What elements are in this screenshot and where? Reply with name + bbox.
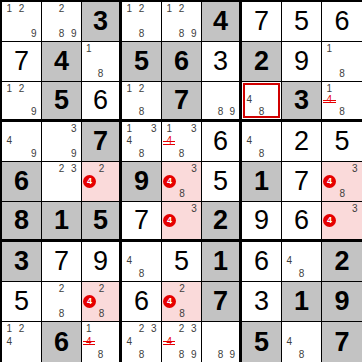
candidate-1: 1 xyxy=(123,3,135,15)
candidate-grid: 24 xyxy=(82,162,119,201)
candidate-3: 3 xyxy=(188,163,200,175)
candidate-8: 8 xyxy=(135,106,147,118)
candidate-2: 2 xyxy=(175,3,187,15)
candidate-1: 1 xyxy=(123,123,135,135)
solved-digit: 9 xyxy=(254,207,269,234)
circled-candidate-4: 4 xyxy=(163,295,176,308)
candidate-1: 1 xyxy=(83,43,95,55)
candidate-grid: 49 xyxy=(2,122,41,161)
candidate-2: 2 xyxy=(135,323,147,336)
candidate-8: 8 xyxy=(295,268,307,280)
cell-r3c7[interactable]: 48 xyxy=(242,82,282,122)
given-digit: 7 xyxy=(93,128,108,155)
candidate-9: 9 xyxy=(188,348,200,361)
cell-r5c1[interactable]: 6 xyxy=(2,162,42,202)
candidate-4: 4 xyxy=(3,336,15,349)
solved-digit: 3 xyxy=(213,48,228,75)
candidate-grid: 39 xyxy=(42,122,81,161)
cell-r4c3[interactable]: 7 xyxy=(82,122,122,162)
candidate-3: 3 xyxy=(188,123,200,135)
cell-r9c5[interactable]: 23489 xyxy=(162,322,202,362)
cell-r3c8[interactable]: 3 xyxy=(282,82,322,122)
candidate-1: 1 xyxy=(3,323,15,336)
given-digit: 2 xyxy=(213,207,228,234)
cell-r1c1[interactable]: 129 xyxy=(2,2,42,42)
candidate-1: 1 xyxy=(3,3,15,15)
excluded-candidate-4: 4 xyxy=(163,135,175,147)
candidate-8: 8 xyxy=(95,68,107,80)
candidate-grid: 23 xyxy=(42,162,81,201)
solved-digit: 3 xyxy=(254,288,269,315)
candidate-grid: 129 xyxy=(2,82,41,119)
candidate-8: 8 xyxy=(135,268,147,280)
candidate-grid: 28 xyxy=(42,282,81,321)
cell-r6c3[interactable]: 5 xyxy=(82,202,122,242)
cell-r7c4[interactable]: 48 xyxy=(122,242,162,282)
solved-digit: 9 xyxy=(93,248,108,275)
circled-candidate-4: 4 xyxy=(163,214,176,227)
candidate-4: 4 xyxy=(283,336,295,349)
cell-r8c9[interactable]: 9 xyxy=(322,282,362,322)
cell-r8c7[interactable]: 3 xyxy=(242,282,282,322)
cell-r5c5[interactable]: 348 xyxy=(162,162,202,202)
cell-r7c3[interactable]: 9 xyxy=(82,242,122,282)
candidate-3: 3 xyxy=(68,123,80,135)
candidate-2: 2 xyxy=(96,283,107,295)
solved-digit: 6 xyxy=(134,288,149,315)
candidate-1: 1 xyxy=(83,323,95,336)
given-digit: 5 xyxy=(93,207,108,234)
cell-r7c2[interactable]: 7 xyxy=(42,242,82,282)
candidate-8: 8 xyxy=(96,308,107,320)
cell-r2c9[interactable]: 18 xyxy=(322,42,362,82)
solved-digit: 6 xyxy=(254,248,269,275)
solved-digit: 7 xyxy=(294,168,309,195)
candidate-4: 4 xyxy=(123,255,135,267)
candidate-grid: 128 xyxy=(122,2,161,41)
solved-digit: 7 xyxy=(254,8,269,35)
candidate-grid: 34 xyxy=(162,202,201,239)
candidate-3: 3 xyxy=(349,163,362,175)
given-digit: 9 xyxy=(134,168,149,195)
cell-r4c9[interactable]: 5 xyxy=(322,122,362,162)
candidate-grid: 1348 xyxy=(162,122,201,161)
candidate-2: 2 xyxy=(135,83,147,95)
solved-digit: 5 xyxy=(213,168,228,195)
cell-r6c4[interactable]: 7 xyxy=(122,202,162,242)
candidate-grid: 248 xyxy=(162,282,201,321)
candidate-4: 4 xyxy=(123,135,135,147)
cell-r8c2[interactable]: 28 xyxy=(42,282,82,322)
candidate-8: 8 xyxy=(215,106,227,118)
cell-r8c3[interactable]: 248 xyxy=(82,282,122,322)
given-digit: 4 xyxy=(54,48,69,75)
given-digit: 4 xyxy=(213,8,228,35)
candidate-8: 8 xyxy=(336,68,349,80)
candidate-grid: 348 xyxy=(322,162,362,201)
candidate-8: 8 xyxy=(55,28,67,40)
circled-candidate-4: 4 xyxy=(163,175,176,188)
cell-r4c4[interactable]: 1348 xyxy=(122,122,162,162)
candidate-2: 2 xyxy=(175,323,187,336)
solved-digit: 6 xyxy=(334,8,349,35)
cell-r9c4[interactable]: 2348 xyxy=(122,322,162,362)
candidate-4: 4 xyxy=(283,255,295,267)
candidate-4: 4 xyxy=(123,336,135,349)
cell-r4c8[interactable]: 2 xyxy=(282,122,322,162)
excluded-candidate-4: 4 xyxy=(163,336,175,349)
candidate-grid: 89 xyxy=(202,322,239,362)
cell-r6c5[interactable]: 34 xyxy=(162,202,202,242)
candidate-1: 1 xyxy=(123,83,135,95)
candidate-8: 8 xyxy=(255,106,267,118)
given-digit: 3 xyxy=(93,8,108,35)
excluded-candidate-4: 4 xyxy=(83,336,95,349)
cell-r8c8[interactable]: 1 xyxy=(282,282,322,322)
candidate-grid: 129 xyxy=(2,2,41,41)
cell-r3c2[interactable]: 5 xyxy=(42,82,82,122)
cell-r6c8[interactable]: 6 xyxy=(282,202,322,242)
given-digit: 5 xyxy=(54,87,69,114)
cell-r3c5[interactable]: 7 xyxy=(162,82,202,122)
cell-r9c3[interactable]: 148 xyxy=(82,322,122,362)
cell-r1c9[interactable]: 6 xyxy=(322,2,362,42)
cell-r5c6[interactable]: 5 xyxy=(202,162,242,202)
cell-r1c5[interactable]: 1289 xyxy=(162,2,202,42)
candidate-9: 9 xyxy=(28,148,40,160)
cell-r3c6[interactable]: 89 xyxy=(202,82,242,122)
candidate-4: 4 xyxy=(3,135,15,147)
circled-candidate-4: 4 xyxy=(323,214,336,227)
candidate-3: 3 xyxy=(148,123,160,135)
solved-digit: 9 xyxy=(294,48,309,75)
solved-digit: 5 xyxy=(294,8,309,35)
solved-digit: 5 xyxy=(174,248,189,275)
candidate-2: 2 xyxy=(176,283,188,295)
candidate-grid: 34 xyxy=(322,202,362,239)
cell-r2c3[interactable]: 18 xyxy=(82,42,122,82)
cell-r9c8[interactable]: 48 xyxy=(282,322,322,362)
sudoku-board: 1292893128128947567418563291812956128789… xyxy=(0,0,362,362)
circled-candidate-4: 4 xyxy=(83,295,96,308)
candidate-9: 9 xyxy=(188,28,200,40)
candidate-9: 9 xyxy=(226,106,238,118)
solved-digit: 6 xyxy=(93,87,108,114)
cell-r7c5[interactable]: 5 xyxy=(162,242,202,282)
candidate-2: 2 xyxy=(15,323,27,336)
circled-candidate-4: 4 xyxy=(83,175,96,188)
candidate-2: 2 xyxy=(15,3,27,15)
cell-r8c6[interactable]: 7 xyxy=(202,282,242,322)
cell-r1c4[interactable]: 128 xyxy=(122,2,162,42)
candidate-3: 3 xyxy=(349,203,362,214)
excluded-candidate-4: 4 xyxy=(323,95,336,107)
cell-r8c4[interactable]: 6 xyxy=(122,282,162,322)
cell-r2c1[interactable]: 7 xyxy=(2,42,42,82)
given-digit: 2 xyxy=(334,248,349,275)
candidate-grid: 1289 xyxy=(162,2,201,41)
cell-r5c7[interactable]: 1 xyxy=(242,162,282,202)
given-digit: 6 xyxy=(54,329,69,356)
candidate-grid: 2348 xyxy=(122,322,161,362)
candidate-grid: 124 xyxy=(2,322,41,362)
cell-r8c1[interactable]: 5 xyxy=(2,282,42,322)
solved-digit: 5 xyxy=(14,288,29,315)
cell-r3c4[interactable]: 128 xyxy=(122,82,162,122)
candidate-4: 4 xyxy=(243,95,255,107)
cell-r4c5[interactable]: 1348 xyxy=(162,122,202,162)
cell-r5c2[interactable]: 23 xyxy=(42,162,82,202)
given-digit: 9 xyxy=(334,288,349,315)
cell-r8c5[interactable]: 248 xyxy=(162,282,202,322)
candidate-1: 1 xyxy=(323,83,336,95)
given-digit: 7 xyxy=(213,288,228,315)
cell-r5c3[interactable]: 24 xyxy=(82,162,122,202)
candidate-grid: 89 xyxy=(202,82,239,119)
cell-r7c8[interactable]: 48 xyxy=(282,242,322,282)
cell-r1c8[interactable]: 5 xyxy=(282,2,322,42)
candidate-grid: 48 xyxy=(242,82,281,119)
cell-r6c9[interactable]: 34 xyxy=(322,202,362,242)
candidate-8: 8 xyxy=(135,348,147,361)
candidate-8: 8 xyxy=(336,106,349,118)
candidate-8: 8 xyxy=(175,148,187,160)
candidate-3: 3 xyxy=(148,323,160,336)
cell-r3c1[interactable]: 129 xyxy=(2,82,42,122)
cell-r7c7[interactable]: 6 xyxy=(242,242,282,282)
cell-r2c2[interactable]: 4 xyxy=(42,42,82,82)
given-digit: 3 xyxy=(294,87,309,114)
candidate-8: 8 xyxy=(55,308,67,320)
candidate-3: 3 xyxy=(68,163,80,175)
candidate-8: 8 xyxy=(255,148,267,160)
cell-r7c6[interactable]: 1 xyxy=(202,242,242,282)
given-digit: 1 xyxy=(213,248,228,275)
candidate-grid: 148 xyxy=(82,322,119,362)
cell-r6c2[interactable]: 1 xyxy=(42,202,82,242)
candidate-9: 9 xyxy=(68,148,80,160)
cell-r2c7[interactable]: 2 xyxy=(242,42,282,82)
cell-r2c6[interactable]: 3 xyxy=(202,42,242,82)
cell-r4c1[interactable]: 49 xyxy=(2,122,42,162)
candidate-3: 3 xyxy=(188,203,200,214)
candidate-grid: 128 xyxy=(122,82,161,119)
cell-r2c8[interactable]: 9 xyxy=(282,42,322,82)
circled-candidate-4: 4 xyxy=(323,175,336,188)
given-digit: 7 xyxy=(334,329,349,356)
candidate-grid: 289 xyxy=(42,2,81,41)
candidate-grid: 18 xyxy=(82,42,119,81)
cell-r1c3[interactable]: 3 xyxy=(82,2,122,42)
candidate-4: 4 xyxy=(243,135,255,147)
cell-r7c9[interactable]: 2 xyxy=(322,242,362,282)
given-digit: 1 xyxy=(254,168,269,195)
candidate-1: 1 xyxy=(163,123,175,135)
cell-r2c4[interactable]: 5 xyxy=(122,42,162,82)
candidate-8: 8 xyxy=(135,148,147,160)
solved-digit: 6 xyxy=(213,128,228,155)
cell-r4c2[interactable]: 39 xyxy=(42,122,82,162)
candidate-8: 8 xyxy=(176,308,188,320)
given-digit: 1 xyxy=(294,288,309,315)
candidate-8: 8 xyxy=(175,28,187,40)
candidate-2: 2 xyxy=(55,283,67,295)
candidate-9: 9 xyxy=(68,28,80,40)
solved-digit: 2 xyxy=(294,128,309,155)
given-digit: 1 xyxy=(54,207,69,234)
given-digit: 5 xyxy=(134,48,149,75)
given-digit: 8 xyxy=(14,207,29,234)
cell-r6c7[interactable]: 9 xyxy=(242,202,282,242)
candidate-9: 9 xyxy=(28,28,40,40)
candidate-8: 8 xyxy=(176,188,188,200)
candidate-1: 1 xyxy=(323,43,336,55)
cell-r5c4[interactable]: 9 xyxy=(122,162,162,202)
candidate-grid: 48 xyxy=(242,122,281,161)
candidate-8: 8 xyxy=(336,188,349,200)
candidate-2: 2 xyxy=(135,3,147,15)
candidate-grid: 348 xyxy=(162,162,201,201)
solved-digit: 7 xyxy=(134,207,149,234)
cell-r3c9[interactable]: 148 xyxy=(322,82,362,122)
solved-digit: 6 xyxy=(294,207,309,234)
candidate-8: 8 xyxy=(95,348,107,361)
cell-r2c5[interactable]: 6 xyxy=(162,42,202,82)
cell-r3c3[interactable]: 6 xyxy=(82,82,122,122)
cell-r1c2[interactable]: 289 xyxy=(42,2,82,42)
candidate-8: 8 xyxy=(215,348,227,361)
cell-r9c1[interactable]: 124 xyxy=(2,322,42,362)
cell-r9c9[interactable]: 7 xyxy=(322,322,362,362)
solved-digit: 5 xyxy=(334,128,349,155)
given-digit: 6 xyxy=(174,48,189,75)
candidate-grid: 23489 xyxy=(162,322,201,362)
cell-r6c6[interactable]: 2 xyxy=(202,202,242,242)
candidate-2: 2 xyxy=(96,163,107,175)
cell-r5c8[interactable]: 7 xyxy=(282,162,322,202)
given-digit: 7 xyxy=(174,87,189,114)
cell-r9c6[interactable]: 89 xyxy=(202,322,242,362)
cell-r4c6[interactable]: 6 xyxy=(202,122,242,162)
candidate-9: 9 xyxy=(226,348,238,361)
candidate-2: 2 xyxy=(15,83,27,95)
candidate-grid: 48 xyxy=(122,242,161,281)
given-digit: 2 xyxy=(254,48,269,75)
candidate-8: 8 xyxy=(135,28,147,40)
cell-r7c1[interactable]: 3 xyxy=(2,242,42,282)
candidate-grid: 48 xyxy=(282,242,321,281)
candidate-grid: 248 xyxy=(82,282,119,321)
given-digit: 5 xyxy=(254,329,269,356)
candidate-1: 1 xyxy=(3,83,15,95)
given-digit: 3 xyxy=(14,248,29,275)
candidate-grid: 18 xyxy=(322,42,362,81)
solved-digit: 7 xyxy=(54,248,69,275)
candidate-grid: 48 xyxy=(282,322,321,362)
candidate-3: 3 xyxy=(188,323,200,336)
cell-r1c7[interactable]: 7 xyxy=(242,2,282,42)
candidate-8: 8 xyxy=(175,348,187,361)
candidate-grid: 1348 xyxy=(122,122,161,161)
cell-r9c7[interactable]: 5 xyxy=(242,322,282,362)
candidate-8: 8 xyxy=(295,348,307,361)
solved-digit: 7 xyxy=(14,48,29,75)
cell-r6c1[interactable]: 8 xyxy=(2,202,42,242)
candidate-9: 9 xyxy=(28,106,40,118)
cell-r4c7[interactable]: 48 xyxy=(242,122,282,162)
candidate-1: 1 xyxy=(163,3,175,15)
given-digit: 6 xyxy=(14,168,29,195)
cell-r1c6[interactable]: 4 xyxy=(202,2,242,42)
candidate-grid: 148 xyxy=(322,82,362,119)
candidate-2: 2 xyxy=(55,163,67,175)
candidate-2: 2 xyxy=(55,3,67,15)
cell-r9c2[interactable]: 6 xyxy=(42,322,82,362)
cell-r5c9[interactable]: 348 xyxy=(322,162,362,202)
